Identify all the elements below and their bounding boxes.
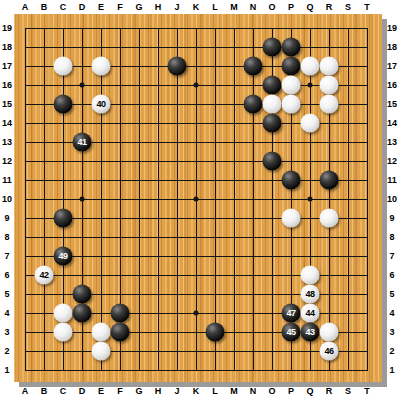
coord-top-E: E — [98, 2, 104, 12]
coord-top-L: L — [212, 2, 218, 12]
coord-left-7: 7 — [4, 251, 9, 261]
stone-black-P4-move-47: 47 — [282, 304, 301, 323]
coord-left-8: 8 — [4, 232, 9, 242]
coord-right-6: 6 — [389, 270, 394, 280]
stone-white-Q6 — [301, 266, 320, 285]
stone-black-F4 — [111, 304, 130, 323]
coord-bottom-M: M — [230, 386, 238, 396]
coord-bottom-H: H — [155, 386, 162, 396]
star-point-Q16 — [308, 83, 313, 88]
coord-right-3: 3 — [389, 327, 394, 337]
coord-top-S: S — [345, 2, 351, 12]
coord-left-10: 10 — [2, 194, 12, 204]
coord-left-15: 15 — [2, 99, 12, 109]
stone-black-N17 — [244, 57, 263, 76]
stone-white-E2 — [92, 342, 111, 361]
coord-top-Q: Q — [306, 2, 313, 12]
coord-left-1: 1 — [4, 365, 9, 375]
coord-right-5: 5 — [389, 289, 394, 299]
coord-bottom-B: B — [41, 386, 48, 396]
coord-left-6: 6 — [4, 270, 9, 280]
coord-right-16: 16 — [387, 80, 397, 90]
star-point-D16 — [80, 83, 85, 88]
stone-black-D13-move-41: 41 — [73, 133, 92, 152]
stone-black-D4 — [73, 304, 92, 323]
stone-black-J17 — [168, 57, 187, 76]
stone-black-Q3-move-43: 43 — [301, 323, 320, 342]
stone-white-C3 — [54, 323, 73, 342]
stone-black-C15 — [54, 95, 73, 114]
coord-top-J: J — [174, 2, 179, 12]
coord-left-14: 14 — [2, 118, 12, 128]
coord-top-N: N — [250, 2, 257, 12]
coord-bottom-P: P — [288, 386, 294, 396]
coord-right-9: 9 — [389, 213, 394, 223]
coord-bottom-K: K — [193, 386, 200, 396]
coord-bottom-T: T — [364, 386, 370, 396]
coord-top-A: A — [22, 2, 29, 12]
coord-top-M: M — [230, 2, 238, 12]
go-board[interactable]: 40414942484744454346 — [14, 14, 382, 382]
coord-right-18: 18 — [387, 42, 397, 52]
coord-top-D: D — [79, 2, 86, 12]
stone-white-R15 — [320, 95, 339, 114]
coord-right-4: 4 — [389, 308, 394, 318]
stone-white-C17 — [54, 57, 73, 76]
star-point-D10 — [80, 197, 85, 202]
coord-bottom-S: S — [345, 386, 351, 396]
stone-black-P11 — [282, 171, 301, 190]
coord-right-19: 19 — [387, 23, 397, 33]
coord-bottom-J: J — [174, 386, 179, 396]
stone-black-C7-move-49: 49 — [54, 247, 73, 266]
coord-right-12: 12 — [387, 156, 397, 166]
coord-right-14: 14 — [387, 118, 397, 128]
coord-left-16: 16 — [2, 80, 12, 90]
stone-white-R16 — [320, 76, 339, 95]
star-point-K4 — [194, 311, 199, 316]
coord-right-8: 8 — [389, 232, 394, 242]
coord-left-12: 12 — [2, 156, 12, 166]
coord-left-9: 9 — [4, 213, 9, 223]
star-point-K16 — [194, 83, 199, 88]
coord-right-7: 7 — [389, 251, 394, 261]
coord-left-17: 17 — [2, 61, 12, 71]
stone-white-E17 — [92, 57, 111, 76]
coord-top-P: P — [288, 2, 294, 12]
stone-white-Q4-move-44: 44 — [301, 304, 320, 323]
stone-white-Q5-move-48: 48 — [301, 285, 320, 304]
stone-white-E15-move-40: 40 — [92, 95, 111, 114]
stone-black-P3-move-45: 45 — [282, 323, 301, 342]
stone-white-R3 — [320, 323, 339, 342]
coord-bottom-O: O — [268, 386, 275, 396]
stone-black-O14 — [263, 114, 282, 133]
coord-bottom-A: A — [22, 386, 29, 396]
coord-bottom-Q: Q — [306, 386, 313, 396]
coord-right-10: 10 — [387, 194, 397, 204]
coord-top-K: K — [193, 2, 200, 12]
stone-black-P17 — [282, 57, 301, 76]
coord-right-2: 2 — [389, 346, 394, 356]
stone-black-L3 — [206, 323, 225, 342]
stone-white-P15 — [282, 95, 301, 114]
coord-bottom-L: L — [212, 386, 218, 396]
coord-bottom-E: E — [98, 386, 104, 396]
stone-black-F3 — [111, 323, 130, 342]
stone-black-O16 — [263, 76, 282, 95]
stone-white-R2-move-46: 46 — [320, 342, 339, 361]
go-board-page: 40414942484744454346 AABBCCDDEEFFGGHHJJK… — [0, 0, 400, 400]
star-point-K10 — [194, 197, 199, 202]
coord-top-O: O — [268, 2, 275, 12]
coord-bottom-C: C — [60, 386, 67, 396]
stone-white-P16 — [282, 76, 301, 95]
stone-white-Q14 — [301, 114, 320, 133]
coord-right-13: 13 — [387, 137, 397, 147]
stone-white-R17 — [320, 57, 339, 76]
coord-bottom-D: D — [79, 386, 86, 396]
coord-left-13: 13 — [2, 137, 12, 147]
coord-bottom-F: F — [117, 386, 123, 396]
stone-black-C9 — [54, 209, 73, 228]
stone-white-B6-move-42: 42 — [35, 266, 54, 285]
coord-right-1: 1 — [389, 365, 394, 375]
coord-top-C: C — [60, 2, 67, 12]
stone-white-P9 — [282, 209, 301, 228]
coord-left-3: 3 — [4, 327, 9, 337]
coord-left-11: 11 — [2, 175, 12, 185]
coord-left-2: 2 — [4, 346, 9, 356]
coord-right-15: 15 — [387, 99, 397, 109]
stone-white-Q17 — [301, 57, 320, 76]
stone-white-E3 — [92, 323, 111, 342]
stone-black-N15 — [244, 95, 263, 114]
coord-bottom-R: R — [326, 386, 333, 396]
coord-top-T: T — [364, 2, 370, 12]
coord-left-4: 4 — [4, 308, 9, 318]
coord-top-G: G — [135, 2, 142, 12]
stone-white-R9 — [320, 209, 339, 228]
coord-top-R: R — [326, 2, 333, 12]
coord-top-H: H — [155, 2, 162, 12]
stone-black-R11 — [320, 171, 339, 190]
stone-black-O18 — [263, 38, 282, 57]
stone-black-D5 — [73, 285, 92, 304]
coord-left-5: 5 — [4, 289, 9, 299]
coord-bottom-G: G — [135, 386, 142, 396]
stone-white-O15 — [263, 95, 282, 114]
coord-top-B: B — [41, 2, 48, 12]
coord-top-F: F — [117, 2, 123, 12]
star-point-Q10 — [308, 197, 313, 202]
coord-left-19: 19 — [2, 23, 12, 33]
coord-left-18: 18 — [2, 42, 12, 52]
stone-black-P18 — [282, 38, 301, 57]
coord-right-11: 11 — [387, 175, 397, 185]
coord-right-17: 17 — [387, 61, 397, 71]
go-board-lines: 40414942484744454346 — [25, 28, 368, 371]
stone-white-C4 — [54, 304, 73, 323]
stone-black-O12 — [263, 152, 282, 171]
coord-bottom-N: N — [250, 386, 257, 396]
